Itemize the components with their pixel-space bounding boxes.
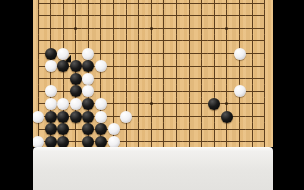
board-intersection[interactable] — [107, 10, 120, 23]
board-intersection[interactable] — [120, 60, 133, 73]
board-intersection[interactable] — [57, 60, 70, 73]
board-intersection[interactable] — [170, 85, 183, 98]
board-intersection[interactable] — [33, 72, 44, 85]
black-stone — [45, 48, 57, 60]
black-stone — [45, 123, 57, 135]
board-intersection[interactable] — [95, 135, 108, 147]
white-stone — [45, 60, 57, 72]
board-intersection[interactable] — [258, 47, 271, 60]
white-stone — [82, 85, 94, 97]
board-intersection[interactable] — [145, 0, 158, 10]
board-intersection[interactable] — [170, 110, 183, 123]
board-intersection[interactable] — [258, 0, 271, 10]
bottom-tray-panel — [33, 147, 273, 190]
board-intersection[interactable] — [33, 0, 44, 10]
board-intersection[interactable] — [246, 98, 259, 111]
board-intersection[interactable] — [158, 123, 171, 136]
board-intersection[interactable] — [69, 22, 82, 35]
board-intersection[interactable] — [158, 35, 171, 48]
board-intersection[interactable] — [33, 47, 44, 60]
black-stone — [70, 73, 82, 85]
board-intersection[interactable] — [258, 72, 271, 85]
white-stone — [33, 111, 44, 123]
black-stone — [45, 136, 57, 147]
board-intersection[interactable] — [246, 10, 259, 23]
board-intersection[interactable] — [132, 98, 145, 111]
board-intersection[interactable] — [208, 110, 221, 123]
board-intersection[interactable] — [69, 85, 82, 98]
board-intersection[interactable] — [208, 35, 221, 48]
board-intersection[interactable] — [170, 10, 183, 23]
board-intersection[interactable] — [183, 98, 196, 111]
board-intersection[interactable] — [233, 123, 246, 136]
black-stone — [82, 60, 94, 72]
board-intersection[interactable] — [57, 72, 70, 85]
white-stone — [234, 85, 246, 97]
white-stone — [45, 85, 57, 97]
board-intersection[interactable] — [246, 35, 259, 48]
board-intersection[interactable] — [258, 10, 271, 23]
board-intersection[interactable] — [33, 85, 44, 98]
board-intersection[interactable] — [158, 60, 171, 73]
board-intersection[interactable] — [195, 72, 208, 85]
board-intersection[interactable] — [57, 123, 70, 136]
board-intersection[interactable] — [107, 123, 120, 136]
board-intersection[interactable] — [158, 98, 171, 111]
board-intersection[interactable] — [170, 98, 183, 111]
black-stone — [95, 136, 107, 147]
board-intersection[interactable] — [145, 110, 158, 123]
white-stone — [95, 98, 107, 110]
white-stone — [108, 136, 120, 147]
board-intersection[interactable] — [221, 110, 234, 123]
board-intersection[interactable] — [183, 135, 196, 147]
board-intersection[interactable] — [195, 135, 208, 147]
board-intersection[interactable] — [233, 85, 246, 98]
board-intersection[interactable] — [44, 47, 57, 60]
board-intersection[interactable] — [107, 85, 120, 98]
board-intersection[interactable] — [258, 35, 271, 48]
board-intersection[interactable] — [120, 47, 133, 60]
board-intersection[interactable] — [221, 35, 234, 48]
board-intersection[interactable] — [233, 0, 246, 10]
board-intersection[interactable] — [69, 135, 82, 147]
board-intersection[interactable] — [82, 10, 95, 23]
board-intersection[interactable] — [145, 22, 158, 35]
board-intersection[interactable] — [221, 98, 234, 111]
board-intersection[interactable] — [120, 22, 133, 35]
board-intersection[interactable] — [183, 35, 196, 48]
board-intersection[interactable] — [57, 22, 70, 35]
board-intersection[interactable] — [145, 72, 158, 85]
black-stone — [95, 123, 107, 135]
board-intersection[interactable] — [44, 85, 57, 98]
board-intersection[interactable] — [44, 110, 57, 123]
board-intersection[interactable] — [158, 10, 171, 23]
white-stone — [57, 48, 69, 60]
black-stone — [82, 98, 94, 110]
board-intersection[interactable] — [221, 135, 234, 147]
board-intersection[interactable] — [33, 60, 44, 73]
board-intersection[interactable] — [183, 72, 196, 85]
board-intersection[interactable] — [246, 22, 259, 35]
board-intersection[interactable] — [208, 0, 221, 10]
board-intersection[interactable] — [195, 10, 208, 23]
board-intersection[interactable] — [120, 10, 133, 23]
board-intersection[interactable] — [246, 47, 259, 60]
board-intersection[interactable] — [44, 98, 57, 111]
board-intersection[interactable] — [145, 85, 158, 98]
board-intersection[interactable] — [221, 10, 234, 23]
board-intersection[interactable] — [120, 0, 133, 10]
board-intersection[interactable] — [246, 123, 259, 136]
black-stone — [208, 98, 220, 110]
board-intersection[interactable] — [120, 85, 133, 98]
board-intersection[interactable] — [95, 72, 108, 85]
board-intersection[interactable] — [120, 110, 133, 123]
board-intersection[interactable] — [208, 72, 221, 85]
board-intersection[interactable] — [208, 47, 221, 60]
board-intersection[interactable] — [95, 10, 108, 23]
white-stone — [33, 136, 44, 147]
board-intersection[interactable] — [120, 123, 133, 136]
black-stone — [45, 111, 57, 123]
board-intersection[interactable] — [107, 60, 120, 73]
board-intersection[interactable] — [170, 135, 183, 147]
board-intersection[interactable] — [33, 98, 44, 111]
black-stone — [221, 111, 233, 123]
board-intersection[interactable] — [158, 22, 171, 35]
board-intersection[interactable] — [120, 135, 133, 147]
board-intersection[interactable] — [158, 135, 171, 147]
board-intersection[interactable] — [221, 47, 234, 60]
board-intersection[interactable] — [170, 0, 183, 10]
board-intersection[interactable] — [195, 110, 208, 123]
board-intersection[interactable] — [44, 22, 57, 35]
board-intersection[interactable] — [158, 110, 171, 123]
board-intersection[interactable] — [221, 123, 234, 136]
board-intersection[interactable] — [170, 22, 183, 35]
board-intersection[interactable] — [82, 47, 95, 60]
black-stone — [82, 111, 94, 123]
board-intersection[interactable] — [195, 47, 208, 60]
board-intersection[interactable] — [69, 35, 82, 48]
board-intersection[interactable] — [132, 72, 145, 85]
board-intersection[interactable] — [57, 35, 70, 48]
board-intersection[interactable] — [44, 35, 57, 48]
white-stone — [57, 98, 69, 110]
board-intersection[interactable] — [69, 0, 82, 10]
board-intersection[interactable] — [195, 85, 208, 98]
board-intersection[interactable] — [57, 135, 70, 147]
white-stone — [120, 111, 132, 123]
board-intersection[interactable] — [132, 123, 145, 136]
board-intersection[interactable] — [132, 0, 145, 10]
board-intersection[interactable] — [95, 0, 108, 10]
black-stone — [70, 111, 82, 123]
board-intersection[interactable] — [82, 85, 95, 98]
board-intersection[interactable] — [82, 35, 95, 48]
board-intersection[interactable] — [233, 35, 246, 48]
board-intersection[interactable] — [246, 135, 259, 147]
board-intersection[interactable] — [44, 135, 57, 147]
board-intersection[interactable] — [246, 110, 259, 123]
board-intersection[interactable] — [170, 123, 183, 136]
board-intersection[interactable] — [44, 0, 57, 10]
board-intersection[interactable] — [145, 98, 158, 111]
board-intersection[interactable] — [183, 47, 196, 60]
white-stone — [234, 48, 246, 60]
board-intersection[interactable] — [107, 47, 120, 60]
board-intersection[interactable] — [258, 60, 271, 73]
black-stone — [82, 123, 94, 135]
board-intersection[interactable] — [44, 10, 57, 23]
board-intersection[interactable] — [120, 72, 133, 85]
white-stone — [70, 98, 82, 110]
board-intersection[interactable] — [120, 35, 133, 48]
board-intersection[interactable] — [44, 123, 57, 136]
black-stone — [57, 111, 69, 123]
board-intersection[interactable] — [145, 135, 158, 147]
board-intersection[interactable] — [208, 60, 221, 73]
white-stone — [82, 73, 94, 85]
video-frame — [0, 0, 304, 190]
board-intersection[interactable] — [107, 72, 120, 85]
board-intersection[interactable] — [183, 110, 196, 123]
board-intersection[interactable] — [208, 85, 221, 98]
board-intersection[interactable] — [95, 123, 108, 136]
board-intersection[interactable] — [33, 110, 44, 123]
black-stone — [57, 136, 69, 147]
board-intersection[interactable] — [258, 135, 271, 147]
board-intersection[interactable] — [233, 135, 246, 147]
board-intersection[interactable] — [82, 123, 95, 136]
board-intersection[interactable] — [107, 35, 120, 48]
board-intersection[interactable] — [82, 72, 95, 85]
board-intersection[interactable] — [69, 60, 82, 73]
board-intersection[interactable] — [69, 47, 82, 60]
board-intersection[interactable] — [57, 98, 70, 111]
board-intersection[interactable] — [82, 98, 95, 111]
board-intersection[interactable] — [132, 135, 145, 147]
board-intersection[interactable] — [170, 47, 183, 60]
black-stone — [70, 60, 82, 72]
black-stone — [57, 123, 69, 135]
board-intersection[interactable] — [158, 47, 171, 60]
board-intersection[interactable] — [233, 110, 246, 123]
board-intersection[interactable] — [33, 22, 44, 35]
board-intersection[interactable] — [233, 47, 246, 60]
board-intersection[interactable] — [183, 60, 196, 73]
board-intersection[interactable] — [82, 22, 95, 35]
board-intersection[interactable] — [57, 85, 70, 98]
board-intersection[interactable] — [120, 98, 133, 111]
board-intersection[interactable] — [57, 10, 70, 23]
go-grid — [33, 0, 271, 147]
board-intersection[interactable] — [233, 98, 246, 111]
board-intersection[interactable] — [183, 0, 196, 10]
board-intersection[interactable] — [82, 0, 95, 10]
board-intersection[interactable] — [208, 123, 221, 136]
board-intersection[interactable] — [246, 60, 259, 73]
board-intersection[interactable] — [69, 98, 82, 111]
board-intersection[interactable] — [132, 35, 145, 48]
board-intersection[interactable] — [158, 85, 171, 98]
board-intersection[interactable] — [195, 35, 208, 48]
board-intersection[interactable] — [107, 98, 120, 111]
board-intersection[interactable] — [233, 10, 246, 23]
black-stone — [82, 136, 94, 147]
board-intersection[interactable] — [183, 10, 196, 23]
board-intersection[interactable] — [221, 0, 234, 10]
board-intersection[interactable] — [246, 0, 259, 10]
board-intersection[interactable] — [82, 60, 95, 73]
board-intersection[interactable] — [95, 85, 108, 98]
board-intersection[interactable] — [132, 110, 145, 123]
board-intersection[interactable] — [246, 72, 259, 85]
board-intersection[interactable] — [233, 60, 246, 73]
board-intersection[interactable] — [82, 110, 95, 123]
board-intersection[interactable] — [57, 110, 70, 123]
board-intersection[interactable] — [95, 98, 108, 111]
board-intersection[interactable] — [95, 110, 108, 123]
board-intersection[interactable] — [33, 123, 44, 136]
go-board[interactable] — [33, 0, 273, 147]
board-intersection[interactable] — [132, 47, 145, 60]
board-intersection[interactable] — [145, 35, 158, 48]
board-intersection[interactable] — [258, 110, 271, 123]
board-intersection[interactable] — [170, 35, 183, 48]
board-intersection[interactable] — [195, 0, 208, 10]
board-intersection[interactable] — [195, 98, 208, 111]
board-intersection[interactable] — [183, 85, 196, 98]
board-intersection[interactable] — [258, 98, 271, 111]
white-stone — [95, 60, 107, 72]
board-intersection[interactable] — [221, 22, 234, 35]
board-intersection[interactable] — [107, 22, 120, 35]
board-intersection[interactable] — [233, 22, 246, 35]
board-intersection[interactable] — [183, 22, 196, 35]
white-stone — [95, 111, 107, 123]
board-intersection[interactable] — [95, 35, 108, 48]
board-intersection[interactable] — [170, 72, 183, 85]
board-intersection[interactable] — [221, 60, 234, 73]
board-intersection[interactable] — [195, 123, 208, 136]
board-intersection[interactable] — [107, 0, 120, 10]
board-intersection[interactable] — [145, 10, 158, 23]
board-intersection[interactable] — [95, 47, 108, 60]
board-intersection[interactable] — [208, 10, 221, 23]
black-stone — [57, 60, 69, 72]
board-intersection[interactable] — [221, 72, 234, 85]
white-stone — [82, 48, 94, 60]
board-intersection[interactable] — [221, 85, 234, 98]
board-intersection[interactable] — [132, 60, 145, 73]
board-intersection[interactable] — [145, 123, 158, 136]
board-intersection[interactable] — [132, 10, 145, 23]
board-intersection[interactable] — [95, 22, 108, 35]
board-intersection[interactable] — [107, 135, 120, 147]
board-intersection[interactable] — [44, 60, 57, 73]
board-intersection[interactable] — [69, 110, 82, 123]
board-intersection[interactable] — [208, 135, 221, 147]
board-intersection[interactable] — [69, 72, 82, 85]
board-intersection[interactable] — [95, 60, 108, 73]
board-intersection[interactable] — [132, 85, 145, 98]
board-intersection[interactable] — [195, 22, 208, 35]
board-intersection[interactable] — [33, 135, 44, 147]
board-intersection[interactable] — [233, 72, 246, 85]
black-stone — [70, 85, 82, 97]
board-intersection[interactable] — [145, 60, 158, 73]
board-intersection[interactable] — [258, 22, 271, 35]
letterbox-left — [0, 0, 33, 190]
board-intersection[interactable] — [33, 10, 44, 23]
board-intersection[interactable] — [145, 47, 158, 60]
board-intersection[interactable] — [132, 22, 145, 35]
board-intersection[interactable] — [69, 10, 82, 23]
board-intersection[interactable] — [158, 0, 171, 10]
board-intersection[interactable] — [195, 60, 208, 73]
board-intersection[interactable] — [258, 123, 271, 136]
board-intersection[interactable] — [258, 85, 271, 98]
board-intersection[interactable] — [69, 123, 82, 136]
white-stone — [45, 98, 57, 110]
board-intersection[interactable] — [82, 135, 95, 147]
board-intersection[interactable] — [208, 22, 221, 35]
white-stone — [108, 123, 120, 135]
letterbox-right — [273, 0, 304, 190]
board-intersection[interactable] — [107, 110, 120, 123]
board-intersection[interactable] — [33, 35, 44, 48]
board-intersection[interactable] — [170, 60, 183, 73]
board-intersection[interactable] — [44, 72, 57, 85]
board-intersection[interactable] — [57, 0, 70, 10]
board-intersection[interactable] — [158, 72, 171, 85]
board-intersection[interactable] — [246, 85, 259, 98]
board-intersection[interactable] — [183, 123, 196, 136]
board-intersection[interactable] — [208, 98, 221, 111]
board-intersection[interactable] — [57, 47, 70, 60]
